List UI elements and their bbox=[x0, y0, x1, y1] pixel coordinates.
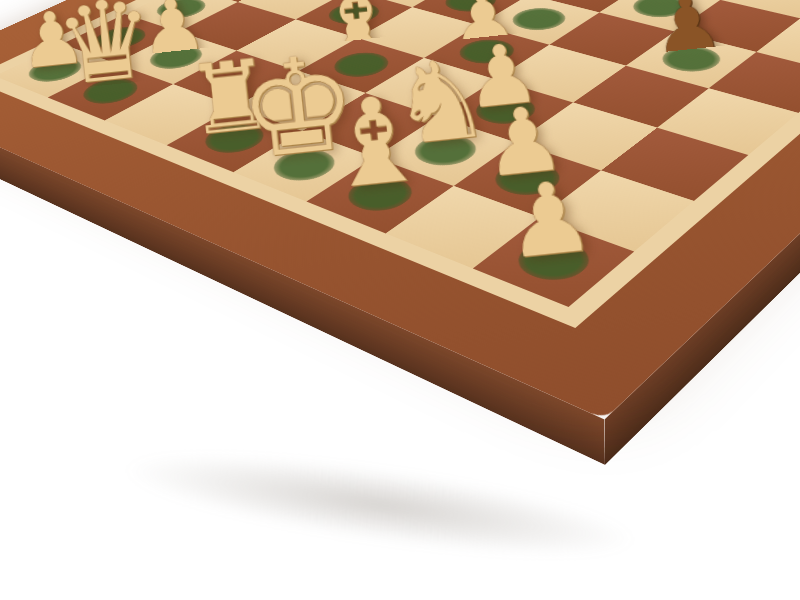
white-queen-glyph: ♛ bbox=[51, 0, 161, 102]
board-inner-maple-border: ♝♞♞♟♟♟♟♟♟♝♟♞♟♞♟♟♛♜♚♝♟ bbox=[0, 0, 800, 328]
white-bishop-glyph: ♝ bbox=[315, 77, 434, 207]
white-pawn-glyph: ♟ bbox=[500, 165, 598, 272]
square-a7: ♛ bbox=[48, 63, 173, 120]
photo-viewport: ♝♞♞♟♟♟♟♟♟♝♟♞♟♞♟♟♛♜♚♝♟ bbox=[0, 0, 800, 600]
camera-roll-wrapper: ♝♞♞♟♟♟♟♟♟♝♟♞♟♞♟♟♛♜♚♝♟ bbox=[0, 0, 800, 600]
chess-board: ♝♞♞♟♟♟♟♟♟♝♟♞♟♞♟♟♛♜♚♝♟ bbox=[0, 0, 800, 419]
perspective-scene: ♝♞♞♟♟♟♟♟♟♝♟♞♟♞♟♟♛♜♚♝♟ bbox=[0, 0, 800, 600]
board-squares-grid: ♝♞♞♟♟♟♟♟♟♝♟♞♟♞♟♟♛♜♚♝♟ bbox=[0, 0, 800, 307]
